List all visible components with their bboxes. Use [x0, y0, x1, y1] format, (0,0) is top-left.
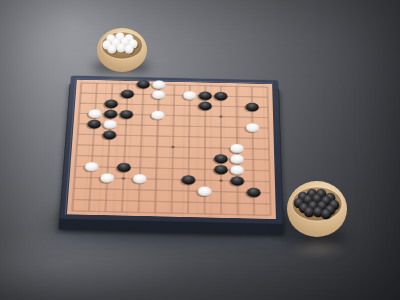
black-stone-bowl[interactable] — [286, 178, 348, 242]
bowl-stone[interactable] — [116, 43, 125, 52]
white-stone-bowl[interactable] — [96, 26, 148, 74]
bowl-stone[interactable] — [124, 44, 133, 53]
bowl-stone[interactable] — [321, 209, 331, 219]
board-grid[interactable] — [59, 75, 283, 224]
black-bowl-reflection — [290, 240, 346, 258]
board-top-face[interactable] — [59, 75, 283, 224]
go-board[interactable] — [59, 75, 283, 224]
scene — [0, 0, 400, 300]
bowl-stone[interactable] — [107, 44, 116, 53]
bowl-stone[interactable] — [304, 207, 314, 217]
